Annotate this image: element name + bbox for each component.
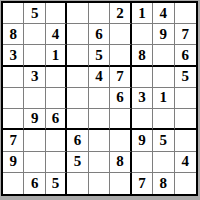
cell-r4c8[interactable] bbox=[153, 67, 174, 88]
cell-r1c4[interactable] bbox=[67, 3, 88, 24]
cell-r3c4[interactable] bbox=[67, 45, 88, 66]
cell-r4c2: 3 bbox=[24, 67, 45, 88]
cell-r6c6[interactable] bbox=[110, 109, 131, 130]
cell-r5c9[interactable] bbox=[175, 88, 196, 109]
cell-r9c2: 6 bbox=[24, 173, 45, 194]
cell-r6c2: 9 bbox=[24, 109, 45, 130]
cell-r5c8: 1 bbox=[153, 88, 174, 109]
cell-r7c7: 9 bbox=[132, 130, 153, 151]
cell-r4c9: 5 bbox=[175, 67, 196, 88]
cell-r2c4[interactable] bbox=[67, 24, 88, 45]
cell-r9c5[interactable] bbox=[89, 173, 110, 194]
cell-r9c7: 7 bbox=[132, 173, 153, 194]
cell-r4c5: 4 bbox=[89, 67, 110, 88]
cell-r1c3[interactable] bbox=[46, 3, 67, 24]
cell-r2c1: 8 bbox=[3, 24, 24, 45]
cell-r5c5[interactable] bbox=[89, 88, 110, 109]
cell-r7c4: 6 bbox=[67, 130, 88, 151]
cell-r8c7[interactable] bbox=[132, 152, 153, 173]
cell-r7c9[interactable] bbox=[175, 130, 196, 151]
cell-r3c7: 8 bbox=[132, 45, 153, 66]
cell-r4c4[interactable] bbox=[67, 67, 88, 88]
sudoku-board: 52148469731586347563196769595846578 bbox=[1, 1, 198, 196]
cell-r8c1: 9 bbox=[3, 152, 24, 173]
cell-r9c9[interactable] bbox=[175, 173, 196, 194]
cell-r3c5: 5 bbox=[89, 45, 110, 66]
cell-r5c2[interactable] bbox=[24, 88, 45, 109]
cell-r3c3: 1 bbox=[46, 45, 67, 66]
cell-r3c6[interactable] bbox=[110, 45, 131, 66]
cell-r9c3: 5 bbox=[46, 173, 67, 194]
cell-r6c5[interactable] bbox=[89, 109, 110, 130]
cell-r6c3: 6 bbox=[46, 109, 67, 130]
cell-r2c8: 9 bbox=[153, 24, 174, 45]
cell-r6c8[interactable] bbox=[153, 109, 174, 130]
cell-r1c8: 4 bbox=[153, 3, 174, 24]
cell-r2c9: 7 bbox=[175, 24, 196, 45]
cell-r4c7[interactable] bbox=[132, 67, 153, 88]
cell-r8c9: 4 bbox=[175, 152, 196, 173]
cell-r5c7: 3 bbox=[132, 88, 153, 109]
cell-r2c7[interactable] bbox=[132, 24, 153, 45]
cell-r1c7: 1 bbox=[132, 3, 153, 24]
cell-r8c2[interactable] bbox=[24, 152, 45, 173]
cell-r6c7[interactable] bbox=[132, 109, 153, 130]
cell-r5c3[interactable] bbox=[46, 88, 67, 109]
cell-r4c1[interactable] bbox=[3, 67, 24, 88]
cell-r3c1: 3 bbox=[3, 45, 24, 66]
cell-r7c1: 7 bbox=[3, 130, 24, 151]
cell-r1c1[interactable] bbox=[3, 3, 24, 24]
cell-r9c1[interactable] bbox=[3, 173, 24, 194]
cell-r7c6[interactable] bbox=[110, 130, 131, 151]
cell-r8c8[interactable] bbox=[153, 152, 174, 173]
cell-r9c4[interactable] bbox=[67, 173, 88, 194]
cell-r2c5: 6 bbox=[89, 24, 110, 45]
cell-r1c2: 5 bbox=[24, 3, 45, 24]
cell-r9c8: 8 bbox=[153, 173, 174, 194]
cell-r1c6: 2 bbox=[110, 3, 131, 24]
cell-r6c1[interactable] bbox=[3, 109, 24, 130]
cell-r1c9[interactable] bbox=[175, 3, 196, 24]
cell-r8c5[interactable] bbox=[89, 152, 110, 173]
cell-r3c9: 6 bbox=[175, 45, 196, 66]
cell-r7c3[interactable] bbox=[46, 130, 67, 151]
cell-r5c4[interactable] bbox=[67, 88, 88, 109]
cell-r8c3[interactable] bbox=[46, 152, 67, 173]
cell-r2c6[interactable] bbox=[110, 24, 131, 45]
cell-r3c8[interactable] bbox=[153, 45, 174, 66]
cell-r1c5[interactable] bbox=[89, 3, 110, 24]
cell-r4c3[interactable] bbox=[46, 67, 67, 88]
cell-r2c3: 4 bbox=[46, 24, 67, 45]
cell-r3c2[interactable] bbox=[24, 45, 45, 66]
cell-r8c6: 8 bbox=[110, 152, 131, 173]
cell-r6c4[interactable] bbox=[67, 109, 88, 130]
cell-r6c9[interactable] bbox=[175, 109, 196, 130]
cell-r5c6: 6 bbox=[110, 88, 131, 109]
cell-r8c4: 5 bbox=[67, 152, 88, 173]
cell-r7c2[interactable] bbox=[24, 130, 45, 151]
cell-r7c8: 5 bbox=[153, 130, 174, 151]
cell-r2c2[interactable] bbox=[24, 24, 45, 45]
cell-r9c6[interactable] bbox=[110, 173, 131, 194]
cell-r4c6: 7 bbox=[110, 67, 131, 88]
cell-r5c1[interactable] bbox=[3, 88, 24, 109]
cell-r7c5[interactable] bbox=[89, 130, 110, 151]
